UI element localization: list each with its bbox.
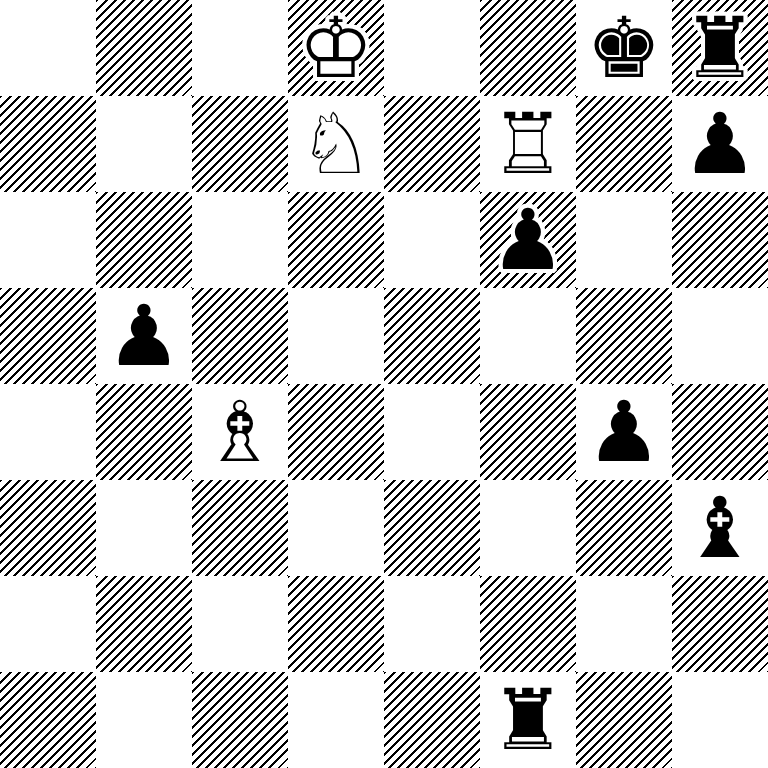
square-b8[interactable] <box>96 0 192 96</box>
square-g4[interactable]: ♟♟ <box>576 384 672 480</box>
square-h3[interactable]: ♝♝ <box>672 480 768 576</box>
black-pawn: ♟ <box>672 96 768 192</box>
square-c3[interactable] <box>192 480 288 576</box>
black-pawn: ♟ <box>480 192 576 288</box>
square-d2[interactable] <box>288 576 384 672</box>
square-b3[interactable] <box>96 480 192 576</box>
black-king-halo: ♚ <box>576 0 672 96</box>
white-rook: ♖ <box>480 96 576 192</box>
square-g8[interactable]: ♚♚ <box>576 0 672 96</box>
black-pawn: ♟ <box>96 288 192 384</box>
square-g5[interactable] <box>576 288 672 384</box>
square-e8[interactable] <box>384 0 480 96</box>
square-a4[interactable] <box>0 384 96 480</box>
square-c6[interactable] <box>192 192 288 288</box>
square-d4[interactable] <box>288 384 384 480</box>
square-c8[interactable] <box>192 0 288 96</box>
square-a1[interactable] <box>0 672 96 768</box>
square-c1[interactable] <box>192 672 288 768</box>
square-a2[interactable] <box>0 576 96 672</box>
black-rook-halo: ♜ <box>480 672 576 768</box>
square-h6[interactable] <box>672 192 768 288</box>
square-g2[interactable] <box>576 576 672 672</box>
square-d8[interactable]: ♚♔ <box>288 0 384 96</box>
black-rook: ♜ <box>480 672 576 768</box>
black-pawn: ♟ <box>576 384 672 480</box>
white-bishop-halo: ♝ <box>192 384 288 480</box>
square-d6[interactable] <box>288 192 384 288</box>
square-e4[interactable] <box>384 384 480 480</box>
square-f1[interactable]: ♜♜ <box>480 672 576 768</box>
square-a7[interactable] <box>0 96 96 192</box>
square-b5[interactable]: ♟♟ <box>96 288 192 384</box>
black-king: ♚ <box>576 0 672 96</box>
square-d7[interactable]: ♞♘ <box>288 96 384 192</box>
square-e5[interactable] <box>384 288 480 384</box>
square-f8[interactable] <box>480 0 576 96</box>
square-h5[interactable] <box>672 288 768 384</box>
square-e6[interactable] <box>384 192 480 288</box>
square-b4[interactable] <box>96 384 192 480</box>
white-king-halo: ♚ <box>288 0 384 96</box>
square-a6[interactable] <box>0 192 96 288</box>
square-b2[interactable] <box>96 576 192 672</box>
square-h8[interactable]: ♜♜ <box>672 0 768 96</box>
square-f3[interactable] <box>480 480 576 576</box>
black-pawn-halo: ♟ <box>672 96 768 192</box>
white-knight-halo: ♞ <box>288 96 384 192</box>
white-king: ♔ <box>288 0 384 96</box>
square-h1[interactable] <box>672 672 768 768</box>
square-d3[interactable] <box>288 480 384 576</box>
square-f4[interactable] <box>480 384 576 480</box>
square-e7[interactable] <box>384 96 480 192</box>
black-bishop-halo: ♝ <box>672 480 768 576</box>
square-h2[interactable] <box>672 576 768 672</box>
square-c5[interactable] <box>192 288 288 384</box>
black-pawn-halo: ♟ <box>480 192 576 288</box>
square-h7[interactable]: ♟♟ <box>672 96 768 192</box>
chess-board: ♚♔♚♚♜♜♞♘♜♖♟♟♟♟♟♟♝♗♟♟♝♝♜♜ <box>0 0 768 768</box>
square-g3[interactable] <box>576 480 672 576</box>
square-e2[interactable] <box>384 576 480 672</box>
square-f2[interactable] <box>480 576 576 672</box>
square-f6[interactable]: ♟♟ <box>480 192 576 288</box>
white-rook-halo: ♜ <box>480 96 576 192</box>
square-c2[interactable] <box>192 576 288 672</box>
square-a5[interactable] <box>0 288 96 384</box>
square-a3[interactable] <box>0 480 96 576</box>
square-b7[interactable] <box>96 96 192 192</box>
square-c4[interactable]: ♝♗ <box>192 384 288 480</box>
square-f5[interactable] <box>480 288 576 384</box>
white-knight: ♘ <box>288 96 384 192</box>
black-pawn-halo: ♟ <box>576 384 672 480</box>
square-d5[interactable] <box>288 288 384 384</box>
square-e1[interactable] <box>384 672 480 768</box>
black-pawn-halo: ♟ <box>96 288 192 384</box>
square-a8[interactable] <box>0 0 96 96</box>
square-d1[interactable] <box>288 672 384 768</box>
square-h4[interactable] <box>672 384 768 480</box>
square-g6[interactable] <box>576 192 672 288</box>
black-bishop: ♝ <box>672 480 768 576</box>
square-f7[interactable]: ♜♖ <box>480 96 576 192</box>
white-bishop: ♗ <box>192 384 288 480</box>
square-b6[interactable] <box>96 192 192 288</box>
black-rook-halo: ♜ <box>672 0 768 96</box>
square-e3[interactable] <box>384 480 480 576</box>
square-g1[interactable] <box>576 672 672 768</box>
black-rook: ♜ <box>672 0 768 96</box>
square-c7[interactable] <box>192 96 288 192</box>
square-b1[interactable] <box>96 672 192 768</box>
square-g7[interactable] <box>576 96 672 192</box>
